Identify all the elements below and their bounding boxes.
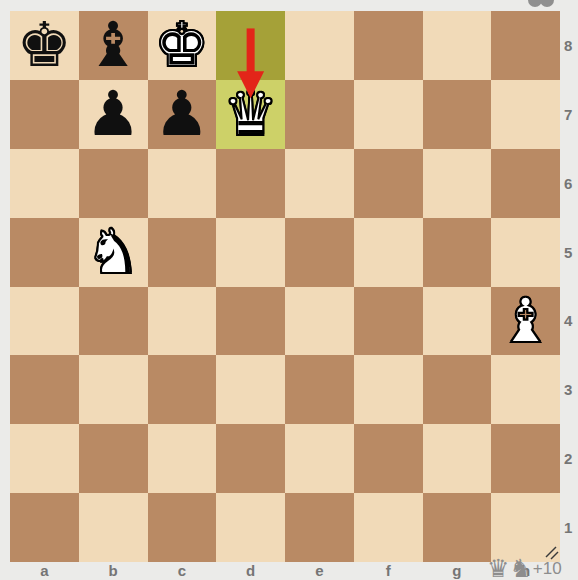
square-c4[interactable] — [148, 287, 217, 356]
square-f5[interactable] — [354, 218, 423, 287]
rank-label-2: 2 — [560, 424, 578, 493]
square-e1[interactable] — [285, 493, 354, 562]
rank-labels: 87654321 — [560, 11, 578, 562]
square-a7[interactable] — [10, 80, 79, 149]
square-d3[interactable] — [216, 355, 285, 424]
captured-queen-icon: ♛ — [487, 556, 509, 580]
square-g4[interactable] — [423, 287, 492, 356]
square-d8[interactable] — [216, 11, 285, 80]
material-tray: ♛♞+10 — [487, 556, 562, 580]
square-h8[interactable] — [491, 11, 560, 80]
square-g6[interactable] — [423, 149, 492, 218]
square-b7[interactable]: ♟ — [79, 80, 148, 149]
chess-board: ♚♝♚♟♟♛♞♝ — [10, 11, 560, 562]
square-h5[interactable] — [491, 218, 560, 287]
square-h2[interactable] — [491, 424, 560, 493]
cutoff-piece-icon — [540, 0, 554, 7]
white-bishop[interactable]: ♝ — [498, 290, 554, 352]
square-a4[interactable] — [10, 287, 79, 356]
white-knight[interactable]: ♞ — [85, 221, 141, 283]
square-c5[interactable] — [148, 218, 217, 287]
square-c2[interactable] — [148, 424, 217, 493]
square-c6[interactable] — [148, 149, 217, 218]
square-f8[interactable] — [354, 11, 423, 80]
square-f4[interactable] — [354, 287, 423, 356]
square-h4[interactable]: ♝ — [491, 287, 560, 356]
white-queen[interactable]: ♛ — [223, 83, 279, 145]
square-b4[interactable] — [79, 287, 148, 356]
square-f2[interactable] — [354, 424, 423, 493]
square-f1[interactable] — [354, 493, 423, 562]
square-e3[interactable] — [285, 355, 354, 424]
square-a8[interactable]: ♚ — [10, 11, 79, 80]
square-c1[interactable] — [148, 493, 217, 562]
file-label-a: a — [10, 562, 79, 579]
square-g3[interactable] — [423, 355, 492, 424]
file-labels: abcdefgh — [10, 562, 560, 579]
square-e2[interactable] — [285, 424, 354, 493]
file-label-e: e — [285, 562, 354, 579]
square-b1[interactable] — [79, 493, 148, 562]
file-label-c: c — [148, 562, 217, 579]
black-bishop[interactable]: ♝ — [85, 14, 141, 76]
rank-label-3: 3 — [560, 355, 578, 424]
square-d6[interactable] — [216, 149, 285, 218]
square-b2[interactable] — [79, 424, 148, 493]
square-a6[interactable] — [10, 149, 79, 218]
rank-label-1: 1 — [560, 493, 578, 562]
black-king[interactable]: ♚ — [17, 14, 73, 76]
rank-label-8: 8 — [560, 11, 578, 80]
square-c3[interactable] — [148, 355, 217, 424]
captured-knight-icon: ♞ — [509, 556, 531, 580]
square-c8[interactable]: ♚ — [148, 11, 217, 80]
white-king[interactable]: ♚ — [154, 14, 210, 76]
rank-label-7: 7 — [560, 80, 578, 149]
square-e4[interactable] — [285, 287, 354, 356]
material-advantage: +10 — [533, 559, 562, 579]
square-f3[interactable] — [354, 355, 423, 424]
square-d1[interactable] — [216, 493, 285, 562]
rank-label-4: 4 — [560, 287, 578, 356]
square-g1[interactable] — [423, 493, 492, 562]
square-b8[interactable]: ♝ — [79, 11, 148, 80]
square-a1[interactable] — [10, 493, 79, 562]
rank-label-5: 5 — [560, 218, 578, 287]
square-a2[interactable] — [10, 424, 79, 493]
square-b6[interactable] — [79, 149, 148, 218]
file-label-b: b — [79, 562, 148, 579]
square-g8[interactable] — [423, 11, 492, 80]
file-label-f: f — [354, 562, 423, 579]
square-e8[interactable] — [285, 11, 354, 80]
square-b5[interactable]: ♞ — [79, 218, 148, 287]
square-a5[interactable] — [10, 218, 79, 287]
square-g5[interactable] — [423, 218, 492, 287]
square-a3[interactable] — [10, 355, 79, 424]
square-f7[interactable] — [354, 80, 423, 149]
square-c7[interactable]: ♟ — [148, 80, 217, 149]
square-d2[interactable] — [216, 424, 285, 493]
rank-label-6: 6 — [560, 149, 578, 218]
square-g7[interactable] — [423, 80, 492, 149]
square-g2[interactable] — [423, 424, 492, 493]
square-e6[interactable] — [285, 149, 354, 218]
square-e5[interactable] — [285, 218, 354, 287]
square-h7[interactable] — [491, 80, 560, 149]
square-d4[interactable] — [216, 287, 285, 356]
square-e7[interactable] — [285, 80, 354, 149]
square-h3[interactable] — [491, 355, 560, 424]
black-pawn[interactable]: ♟ — [85, 83, 141, 145]
square-d7[interactable]: ♛ — [216, 80, 285, 149]
square-f6[interactable] — [354, 149, 423, 218]
black-pawn[interactable]: ♟ — [154, 83, 210, 145]
file-label-d: d — [216, 562, 285, 579]
square-b3[interactable] — [79, 355, 148, 424]
square-h6[interactable] — [491, 149, 560, 218]
file-label-g: g — [423, 562, 492, 579]
square-d5[interactable] — [216, 218, 285, 287]
